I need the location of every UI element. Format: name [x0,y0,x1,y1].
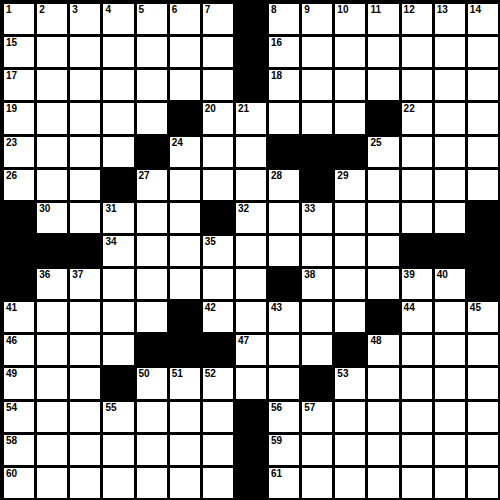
white-cell-r13c4[interactable]: 55 [103,402,133,432]
white-cell-r9c8[interactable] [236,269,266,299]
white-cell-r12c2[interactable] [37,368,67,398]
black-cell-r14c8 [236,435,266,465]
white-cell-r10c5[interactable] [137,302,167,332]
clue-number-39: 39 [404,269,415,281]
clue-number-9: 9 [304,4,310,16]
white-cell-r13c11[interactable] [335,402,365,432]
white-cell-r10c9[interactable]: 43 [269,302,299,332]
white-cell-r1c11[interactable]: 10 [335,4,365,34]
clue-number-29: 29 [337,170,348,182]
white-cell-r4c10[interactable] [302,103,332,133]
white-cell-r8c4[interactable]: 34 [103,236,133,266]
clue-number-46: 46 [6,335,17,347]
white-cell-r9c11[interactable] [335,269,365,299]
white-cell-r14c13[interactable] [402,435,432,465]
clue-number-45: 45 [470,302,481,314]
black-cell-r11c6 [170,335,200,365]
white-cell-r5c3[interactable] [70,137,100,167]
white-cell-r2c1[interactable]: 15 [4,37,34,67]
white-cell-r13c5[interactable] [137,402,167,432]
white-cell-r2c14[interactable] [435,37,465,67]
white-cell-r12c12[interactable] [368,368,398,398]
white-cell-r15c3[interactable] [70,468,100,498]
white-cell-r13c13[interactable] [402,402,432,432]
white-cell-r6c8[interactable] [236,170,266,200]
clue-number-1: 1 [6,4,12,16]
white-cell-r4c15[interactable] [468,103,498,133]
white-cell-r1c12[interactable]: 11 [368,4,398,34]
clue-number-38: 38 [304,269,315,281]
white-cell-r14c6[interactable] [170,435,200,465]
white-cell-r7c3[interactable] [70,203,100,233]
clue-number-27: 27 [139,170,150,182]
black-cell-r5c10 [302,137,332,167]
white-cell-r8c7[interactable]: 35 [203,236,233,266]
white-cell-r14c11[interactable] [335,435,365,465]
white-cell-r7c10[interactable]: 33 [302,203,332,233]
white-cell-r1c15[interactable]: 14 [468,4,498,34]
white-cell-r11c9[interactable] [269,335,299,365]
white-cell-r14c3[interactable] [70,435,100,465]
clue-number-19: 19 [6,103,17,115]
clue-number-7: 7 [205,4,211,16]
black-cell-r9c9 [269,269,299,299]
clue-number-32: 32 [238,203,249,215]
black-cell-r5c5 [137,137,167,167]
white-cell-r7c8[interactable]: 32 [236,203,266,233]
white-cell-r3c15[interactable] [468,70,498,100]
black-cell-r7c1 [4,203,34,233]
white-cell-r4c8[interactable]: 21 [236,103,266,133]
clue-number-41: 41 [6,302,17,314]
white-cell-r13c9[interactable]: 56 [269,402,299,432]
white-cell-r15c1[interactable]: 60 [4,468,34,498]
black-cell-r3c8 [236,70,266,100]
white-cell-r2c5[interactable] [137,37,167,67]
black-cell-r13c8 [236,402,266,432]
white-cell-r10c11[interactable] [335,302,365,332]
black-cell-r12c10 [302,368,332,398]
white-cell-r3c6[interactable] [170,70,200,100]
black-cell-r5c9 [269,137,299,167]
clue-number-11: 11 [370,4,381,16]
white-cell-r1c1[interactable]: 1 [4,4,34,34]
white-cell-r6c11[interactable]: 29 [335,170,365,200]
clue-number-30: 30 [39,203,50,215]
white-cell-r7c9[interactable] [269,203,299,233]
white-cell-r15c12[interactable] [368,468,398,498]
clue-number-15: 15 [6,37,17,49]
clue-number-37: 37 [72,269,83,281]
clue-number-25: 25 [370,137,381,149]
white-cell-r1c6[interactable]: 6 [170,4,200,34]
clue-number-4: 4 [105,4,111,16]
clue-number-6: 6 [172,4,178,16]
white-cell-r10c14[interactable] [435,302,465,332]
clue-number-58: 58 [6,435,17,447]
white-cell-r3c7[interactable] [203,70,233,100]
white-cell-r7c6[interactable] [170,203,200,233]
white-cell-r1c9[interactable]: 8 [269,4,299,34]
clue-number-50: 50 [139,368,150,380]
white-cell-r1c10[interactable]: 9 [302,4,332,34]
white-cell-r5c12[interactable]: 25 [368,137,398,167]
white-cell-r7c12[interactable] [368,203,398,233]
clue-number-47: 47 [238,335,249,347]
white-cell-r13c15[interactable] [468,402,498,432]
white-cell-r13c7[interactable] [203,402,233,432]
white-cell-r1c5[interactable]: 5 [137,4,167,34]
white-cell-r4c14[interactable] [435,103,465,133]
white-cell-r1c2[interactable]: 2 [37,4,67,34]
white-cell-r6c13[interactable] [402,170,432,200]
white-cell-r14c9[interactable]: 59 [269,435,299,465]
white-cell-r5c4[interactable] [103,137,133,167]
white-cell-r11c3[interactable] [70,335,100,365]
white-cell-r4c4[interactable] [103,103,133,133]
clue-number-43: 43 [271,302,282,314]
white-cell-r4c7[interactable]: 20 [203,103,233,133]
black-cell-r8c14 [435,236,465,266]
white-cell-r5c13[interactable] [402,137,432,167]
white-cell-r11c14[interactable] [435,335,465,365]
black-cell-r8c1 [4,236,34,266]
white-cell-r4c3[interactable] [70,103,100,133]
white-cell-r15c5[interactable] [137,468,167,498]
black-cell-r2c8 [236,37,266,67]
white-cell-r12c8[interactable] [236,368,266,398]
white-cell-r12c13[interactable] [402,368,432,398]
white-cell-r13c6[interactable] [170,402,200,432]
white-cell-r15c15[interactable] [468,468,498,498]
clue-number-35: 35 [205,236,216,248]
clue-number-23: 23 [6,137,17,149]
white-cell-r8c10[interactable] [302,236,332,266]
white-cell-r9c12[interactable] [368,269,398,299]
white-cell-r7c14[interactable] [435,203,465,233]
white-cell-r12c14[interactable] [435,368,465,398]
clue-number-56: 56 [271,402,282,414]
white-cell-r12c9[interactable] [269,368,299,398]
white-cell-r3c11[interactable] [335,70,365,100]
white-cell-r12c11[interactable]: 53 [335,368,365,398]
white-cell-r10c1[interactable]: 41 [4,302,34,332]
white-cell-r8c6[interactable] [170,236,200,266]
white-cell-r11c8[interactable]: 47 [236,335,266,365]
white-cell-r8c11[interactable] [335,236,365,266]
white-cell-r15c2[interactable] [37,468,67,498]
clue-number-42: 42 [205,302,216,314]
white-cell-r3c4[interactable] [103,70,133,100]
white-cell-r10c4[interactable] [103,302,133,332]
white-cell-r5c1[interactable]: 23 [4,137,34,167]
white-cell-r11c15[interactable] [468,335,498,365]
clue-number-20: 20 [205,103,216,115]
clue-number-10: 10 [337,4,348,16]
white-cell-r10c7[interactable]: 42 [203,302,233,332]
white-cell-r7c11[interactable] [335,203,365,233]
white-cell-r9c14[interactable]: 40 [435,269,465,299]
black-cell-r6c10 [302,170,332,200]
white-cell-r11c1[interactable]: 46 [4,335,34,365]
white-cell-r5c14[interactable] [435,137,465,167]
crossword-grid: 1234567891011121314151617181920212223242… [0,0,500,500]
white-cell-r6c1[interactable]: 26 [4,170,34,200]
white-cell-r8c8[interactable] [236,236,266,266]
white-cell-r15c9[interactable]: 61 [269,468,299,498]
clue-number-59: 59 [271,435,282,447]
black-cell-r5c11 [335,137,365,167]
white-cell-r14c14[interactable] [435,435,465,465]
black-cell-r7c7 [203,203,233,233]
white-cell-r1c7[interactable]: 7 [203,4,233,34]
white-cell-r10c13[interactable]: 44 [402,302,432,332]
white-cell-r7c5[interactable] [137,203,167,233]
white-cell-r2c15[interactable] [468,37,498,67]
white-cell-r14c2[interactable] [37,435,67,465]
clue-number-40: 40 [437,269,448,281]
clue-number-34: 34 [105,236,116,248]
black-cell-r8c3 [70,236,100,266]
white-cell-r12c7[interactable]: 52 [203,368,233,398]
white-cell-r13c10[interactable]: 57 [302,402,332,432]
white-cell-r6c12[interactable] [368,170,398,200]
black-cell-r10c6 [170,302,200,332]
clue-number-22: 22 [404,103,415,115]
white-cell-r14c12[interactable] [368,435,398,465]
clue-number-44: 44 [404,302,415,314]
white-cell-r4c1[interactable]: 19 [4,103,34,133]
white-cell-r6c9[interactable]: 28 [269,170,299,200]
white-cell-r5c15[interactable] [468,137,498,167]
clue-number-14: 14 [470,4,481,16]
clue-number-8: 8 [271,4,277,16]
white-cell-r11c12[interactable]: 48 [368,335,398,365]
white-cell-r7c4[interactable]: 31 [103,203,133,233]
white-cell-r2c7[interactable] [203,37,233,67]
white-cell-r9c6[interactable] [170,269,200,299]
white-cell-r15c13[interactable] [402,468,432,498]
white-cell-r3c1[interactable]: 17 [4,70,34,100]
clue-number-31: 31 [105,203,116,215]
white-cell-r10c10[interactable] [302,302,332,332]
white-cell-r6c14[interactable] [435,170,465,200]
clue-number-26: 26 [6,170,17,182]
clue-number-28: 28 [271,170,282,182]
white-cell-r4c2[interactable] [37,103,67,133]
white-cell-r14c15[interactable] [468,435,498,465]
white-cell-r6c5[interactable]: 27 [137,170,167,200]
white-cell-r11c4[interactable] [103,335,133,365]
clue-number-48: 48 [370,335,381,347]
clue-number-60: 60 [6,468,17,480]
white-cell-r9c4[interactable] [103,269,133,299]
black-cell-r4c6 [170,103,200,133]
white-cell-r8c5[interactable] [137,236,167,266]
black-cell-r8c2 [37,236,67,266]
white-cell-r13c14[interactable] [435,402,465,432]
white-cell-r11c2[interactable] [37,335,67,365]
white-cell-r1c14[interactable]: 13 [435,4,465,34]
clue-number-18: 18 [271,70,282,82]
white-cell-r13c12[interactable] [368,402,398,432]
black-cell-r8c13 [402,236,432,266]
white-cell-r2c12[interactable] [368,37,398,67]
white-cell-r8c9[interactable] [269,236,299,266]
white-cell-r3c3[interactable] [70,70,100,100]
white-cell-r1c3[interactable]: 3 [70,4,100,34]
white-cell-r13c2[interactable] [37,402,67,432]
white-cell-r3c5[interactable] [137,70,167,100]
white-cell-r5c8[interactable] [236,137,266,167]
white-cell-r13c1[interactable]: 54 [4,402,34,432]
white-cell-r3c13[interactable] [402,70,432,100]
white-cell-r10c3[interactable] [70,302,100,332]
clue-number-13: 13 [437,4,448,16]
white-cell-r2c9[interactable]: 16 [269,37,299,67]
clue-number-12: 12 [404,4,415,16]
white-cell-r3c9[interactable]: 18 [269,70,299,100]
black-cell-r11c5 [137,335,167,365]
white-cell-r9c13[interactable]: 39 [402,269,432,299]
clue-number-54: 54 [6,402,17,414]
white-cell-r2c11[interactable] [335,37,365,67]
black-cell-r10c12 [368,302,398,332]
white-cell-r15c6[interactable] [170,468,200,498]
white-cell-r15c4[interactable] [103,468,133,498]
white-cell-r2c10[interactable] [302,37,332,67]
white-cell-r6c3[interactable] [70,170,100,200]
white-cell-r3c12[interactable] [368,70,398,100]
clue-number-17: 17 [6,70,17,82]
black-cell-r1c8 [236,4,266,34]
clue-number-33: 33 [304,203,315,215]
white-cell-r9c7[interactable] [203,269,233,299]
white-cell-r5c2[interactable] [37,137,67,167]
white-cell-r14c10[interactable] [302,435,332,465]
white-cell-r12c6[interactable]: 51 [170,368,200,398]
white-cell-r2c6[interactable] [170,37,200,67]
clue-number-49: 49 [6,368,17,380]
white-cell-r6c6[interactable] [170,170,200,200]
white-cell-r2c4[interactable] [103,37,133,67]
black-cell-r8c15 [468,236,498,266]
clue-number-16: 16 [271,37,282,49]
white-cell-r11c10[interactable] [302,335,332,365]
white-cell-r2c2[interactable] [37,37,67,67]
clue-number-53: 53 [337,368,348,380]
black-cell-r7c15 [468,203,498,233]
white-cell-r6c2[interactable] [37,170,67,200]
clue-number-57: 57 [304,402,315,414]
white-cell-r9c10[interactable]: 38 [302,269,332,299]
clue-number-51: 51 [172,368,183,380]
black-cell-r9c1 [4,269,34,299]
white-cell-r8c12[interactable] [368,236,398,266]
black-cell-r12c4 [103,368,133,398]
white-cell-r15c14[interactable] [435,468,465,498]
white-cell-r9c2[interactable]: 36 [37,269,67,299]
white-cell-r3c10[interactable] [302,70,332,100]
clue-number-5: 5 [139,4,145,16]
white-cell-r12c15[interactable] [468,368,498,398]
white-cell-r6c7[interactable] [203,170,233,200]
clue-number-55: 55 [105,402,116,414]
white-cell-r15c10[interactable] [302,468,332,498]
white-cell-r7c13[interactable] [402,203,432,233]
clue-number-21: 21 [238,103,249,115]
clue-number-36: 36 [39,269,50,281]
white-cell-r7c2[interactable]: 30 [37,203,67,233]
black-cell-r11c7 [203,335,233,365]
white-cell-r14c7[interactable] [203,435,233,465]
white-cell-r12c1[interactable]: 49 [4,368,34,398]
black-cell-r15c8 [236,468,266,498]
white-cell-r4c11[interactable] [335,103,365,133]
white-cell-r9c5[interactable] [137,269,167,299]
clue-number-52: 52 [205,368,216,380]
white-cell-r2c13[interactable] [402,37,432,67]
black-cell-r11c11 [335,335,365,365]
white-cell-r9c3[interactable]: 37 [70,269,100,299]
black-cell-r4c12 [368,103,398,133]
white-cell-r12c3[interactable] [70,368,100,398]
white-cell-r15c11[interactable] [335,468,365,498]
white-cell-r3c14[interactable] [435,70,465,100]
white-cell-r3c2[interactable] [37,70,67,100]
white-cell-r4c9[interactable] [269,103,299,133]
clue-number-3: 3 [72,4,78,16]
white-cell-r4c13[interactable]: 22 [402,103,432,133]
white-cell-r2c3[interactable] [70,37,100,67]
white-cell-r12c5[interactable]: 50 [137,368,167,398]
white-cell-r5c6[interactable]: 24 [170,137,200,167]
clue-number-61: 61 [271,468,282,480]
black-cell-r6c4 [103,170,133,200]
white-cell-r13c3[interactable] [70,402,100,432]
white-cell-r1c4[interactable]: 4 [103,4,133,34]
white-cell-r11c13[interactable] [402,335,432,365]
white-cell-r6c15[interactable] [468,170,498,200]
white-cell-r14c4[interactable] [103,435,133,465]
white-cell-r10c8[interactable] [236,302,266,332]
white-cell-r10c15[interactable]: 45 [468,302,498,332]
clue-number-24: 24 [172,137,183,149]
black-cell-r9c15 [468,269,498,299]
white-cell-r1c13[interactable]: 12 [402,4,432,34]
white-cell-r14c5[interactable] [137,435,167,465]
white-cell-r4c5[interactable] [137,103,167,133]
clue-number-2: 2 [39,4,45,16]
white-cell-r5c7[interactable] [203,137,233,167]
white-cell-r10c2[interactable] [37,302,67,332]
white-cell-r15c7[interactable] [203,468,233,498]
white-cell-r14c1[interactable]: 58 [4,435,34,465]
